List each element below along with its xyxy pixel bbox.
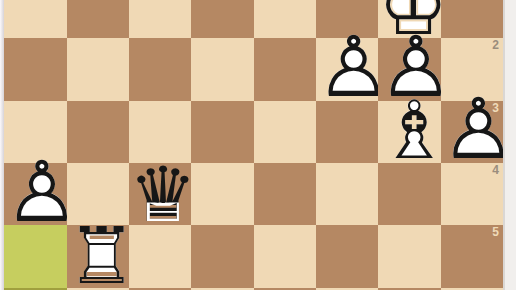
square-a1[interactable] xyxy=(441,0,503,38)
white-pawn[interactable]: ♟♙ xyxy=(4,150,66,234)
white-rook[interactable]: ♜♖ xyxy=(67,217,129,290)
white-bishop[interactable]: ♝♗ xyxy=(378,91,440,171)
square-d4[interactable] xyxy=(254,163,316,225)
square-c4[interactable] xyxy=(316,163,378,225)
square-e2[interactable] xyxy=(191,38,253,100)
rank-label-5: 5 xyxy=(492,226,499,238)
square-e5[interactable] xyxy=(191,225,253,287)
square-f2[interactable] xyxy=(129,38,191,100)
square-d2[interactable] xyxy=(254,38,316,100)
rank-label-4: 4 xyxy=(492,164,499,176)
square-a3[interactable]: 3♟♙ xyxy=(441,101,503,163)
square-f3[interactable] xyxy=(129,101,191,163)
square-h2[interactable] xyxy=(4,38,66,100)
square-e4[interactable] xyxy=(191,163,253,225)
square-f5[interactable] xyxy=(129,225,191,287)
page-gutter-right xyxy=(503,0,516,290)
square-b5[interactable] xyxy=(378,225,440,287)
square-g4[interactable] xyxy=(67,163,129,225)
square-b4[interactable] xyxy=(378,163,440,225)
square-h3[interactable] xyxy=(4,101,66,163)
square-c2[interactable]: ♟♙ xyxy=(316,38,378,100)
square-d1[interactable] xyxy=(254,0,316,38)
square-g5[interactable]: ♜♖ xyxy=(67,225,129,287)
square-h4[interactable]: ♟♙ xyxy=(4,163,66,225)
square-f4[interactable]: ♛♕ xyxy=(129,163,191,225)
square-d5[interactable] xyxy=(254,225,316,287)
rank-label-3: 3 xyxy=(492,102,499,114)
chess-board[interactable]: ♚♔♟♙♟♙2♝♗3♟♙♟♙♛♕4♜♖5 xyxy=(4,0,503,290)
square-a5[interactable]: 5 xyxy=(441,225,503,287)
square-b1[interactable]: ♚♔ xyxy=(378,0,440,38)
square-g3[interactable] xyxy=(67,101,129,163)
square-a2[interactable]: 2 xyxy=(441,38,503,100)
board-viewport: ♚♔♟♙♟♙2♝♗3♟♙♟♙♛♕4♜♖5 xyxy=(0,0,516,290)
square-e1[interactable] xyxy=(191,0,253,38)
square-c5[interactable] xyxy=(316,225,378,287)
white-pawn[interactable]: ♟♙ xyxy=(378,25,440,109)
rank-label-2: 2 xyxy=(492,39,499,51)
black-queen[interactable]: ♛♕ xyxy=(129,157,191,233)
square-e3[interactable] xyxy=(191,101,253,163)
square-d3[interactable] xyxy=(254,101,316,163)
square-c1[interactable] xyxy=(316,0,378,38)
white-pawn[interactable]: ♟♙ xyxy=(316,25,378,109)
square-c3[interactable] xyxy=(316,101,378,163)
square-h1[interactable] xyxy=(4,0,66,38)
square-b2[interactable]: ♟♙ xyxy=(378,38,440,100)
square-h5[interactable] xyxy=(4,225,66,287)
square-g1[interactable] xyxy=(67,0,129,38)
square-b3[interactable]: ♝♗ xyxy=(378,101,440,163)
square-a4[interactable]: 4 xyxy=(441,163,503,225)
square-g2[interactable] xyxy=(67,38,129,100)
square-f1[interactable] xyxy=(129,0,191,38)
white-pawn[interactable]: ♟♙ xyxy=(441,87,503,171)
